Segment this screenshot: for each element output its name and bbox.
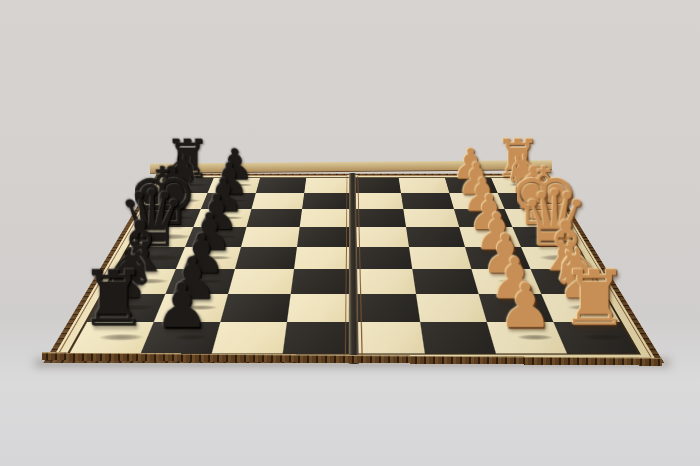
- pawn-glyph: ♟: [154, 276, 209, 337]
- pawn-glyph: ♟: [498, 276, 553, 337]
- rook-glyph: ♜: [560, 261, 628, 337]
- rook-glyph: ♜: [79, 261, 147, 337]
- black-pawn-a7: ♟: [147, 276, 216, 337]
- white-pawn-a2: ♟: [491, 276, 560, 337]
- black-rook-a8: ♜: [79, 261, 148, 337]
- chess-board: ♜♟♟♜♞♟♟♞♝♟♟♝♚♟♟♚♛♟♟♛♝♟♟♝♞♟♟♞♜♟♟♜: [43, 174, 664, 364]
- chess-photo-scene: ♜♟♟♜♞♟♟♞♝♟♟♝♚♟♟♚♛♟♟♛♝♟♟♝♞♟♟♞♜♟♟♜: [0, 0, 700, 466]
- white-rook-a1: ♜: [560, 261, 629, 337]
